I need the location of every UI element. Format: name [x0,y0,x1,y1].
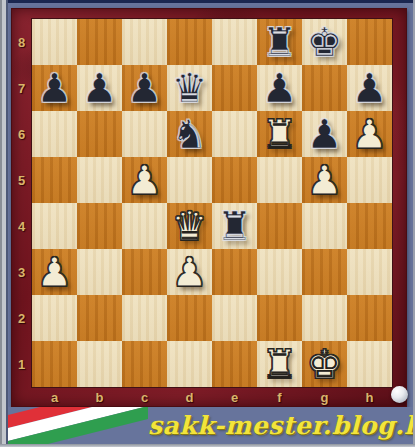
square-d5[interactable] [167,157,212,203]
square-a1[interactable] [32,341,77,387]
square-h5[interactable] [347,157,392,203]
file-label-d: d [167,387,212,407]
square-c4[interactable] [122,203,167,249]
white-pawn: ♟ [352,114,388,154]
square-a6[interactable] [32,111,77,157]
square-f1[interactable]: ♜ [257,341,302,387]
square-b5[interactable] [77,157,122,203]
square-a8[interactable] [32,19,77,65]
square-f4[interactable] [257,203,302,249]
square-g5[interactable]: ♟ [302,157,347,203]
square-f3[interactable] [257,249,302,295]
black-pawn: ♟ [37,68,73,108]
square-e1[interactable] [212,341,257,387]
hungarian-flag-icon [8,407,148,444]
black-queen: ♛ [172,68,208,108]
square-a3[interactable]: ♟ [32,249,77,295]
rank-label-8: 8 [11,19,32,65]
square-c5[interactable]: ♟ [122,157,167,203]
square-b6[interactable] [77,111,122,157]
file-label-c: c [122,387,167,407]
white-rook: ♜ [262,114,298,154]
square-b3[interactable] [77,249,122,295]
square-d3[interactable]: ♟ [167,249,212,295]
black-pawn: ♟ [352,68,388,108]
left-bevel-strip [0,0,8,447]
square-f7[interactable]: ♟ [257,65,302,111]
square-g4[interactable] [302,203,347,249]
square-h3[interactable] [347,249,392,295]
square-d1[interactable] [167,341,212,387]
square-f2[interactable] [257,295,302,341]
square-c8[interactable] [122,19,167,65]
square-a2[interactable] [32,295,77,341]
square-c1[interactable] [122,341,167,387]
square-g3[interactable] [302,249,347,295]
square-e7[interactable] [212,65,257,111]
black-king: ♚ [307,22,343,62]
rank-label-4: 4 [11,203,32,249]
square-g7[interactable] [302,65,347,111]
black-pawn: ♟ [307,114,343,154]
black-rook: ♜ [262,22,298,62]
square-f5[interactable] [257,157,302,203]
black-pawn: ♟ [127,68,163,108]
rank-label-5: 5 [11,157,32,203]
square-b4[interactable] [77,203,122,249]
file-label-b: b [77,387,122,407]
square-g2[interactable] [302,295,347,341]
square-a5[interactable] [32,157,77,203]
side-to-move-indicator [391,386,408,403]
footer-blog-url: sakk-mester.blog.hu [148,407,410,444]
black-rook: ♜ [217,206,253,246]
chess-board: ♜♚♟♟♟♛♟♟♞♜♟♟♟♟♛♜♟♟♜♚ [31,18,393,388]
file-labels: abcdefgh [32,387,392,407]
square-h2[interactable] [347,295,392,341]
file-label-h: h [347,387,392,407]
rank-label-1: 1 [11,341,32,387]
footer: sakk-mester.blog.hu [0,407,415,444]
file-label-g: g [302,387,347,407]
white-queen: ♛ [172,206,208,246]
white-rook: ♜ [262,344,298,384]
white-pawn: ♟ [307,160,343,200]
square-c7[interactable]: ♟ [122,65,167,111]
square-c3[interactable] [122,249,167,295]
square-g6[interactable]: ♟ [302,111,347,157]
square-f6[interactable]: ♜ [257,111,302,157]
square-h8[interactable] [347,19,392,65]
square-e5[interactable] [212,157,257,203]
square-b2[interactable] [77,295,122,341]
square-c6[interactable] [122,111,167,157]
top-border-line [0,0,415,3]
file-label-a: a [32,387,77,407]
rank-label-6: 6 [11,111,32,157]
file-label-f: f [257,387,302,407]
square-h4[interactable] [347,203,392,249]
square-e6[interactable] [212,111,257,157]
black-pawn: ♟ [82,68,118,108]
square-e8[interactable] [212,19,257,65]
square-c2[interactable] [122,295,167,341]
white-king: ♚ [307,344,343,384]
white-pawn: ♟ [127,160,163,200]
square-a4[interactable] [32,203,77,249]
rank-label-2: 2 [11,295,32,341]
rank-labels: 87654321 [11,19,32,387]
square-a7[interactable]: ♟ [32,65,77,111]
square-b8[interactable] [77,19,122,65]
rank-label-3: 3 [11,249,32,295]
square-d2[interactable] [167,295,212,341]
square-h1[interactable] [347,341,392,387]
square-d6[interactable]: ♞ [167,111,212,157]
white-pawn: ♟ [37,252,73,292]
square-e3[interactable] [212,249,257,295]
square-e4[interactable]: ♜ [212,203,257,249]
page: ♜♚♟♟♟♛♟♟♞♜♟♟♟♟♛♜♟♟♜♚ 87654321 abcdefgh s… [0,0,415,447]
square-b7[interactable]: ♟ [77,65,122,111]
square-d8[interactable] [167,19,212,65]
square-d4[interactable]: ♛ [167,203,212,249]
square-e2[interactable] [212,295,257,341]
square-g8[interactable]: ♚ [302,19,347,65]
square-f8[interactable]: ♜ [257,19,302,65]
square-h7[interactable]: ♟ [347,65,392,111]
file-label-e: e [212,387,257,407]
rank-label-7: 7 [11,65,32,111]
square-h6[interactable]: ♟ [347,111,392,157]
white-pawn: ♟ [172,252,208,292]
square-b1[interactable] [77,341,122,387]
square-g1[interactable]: ♚ [302,341,347,387]
square-d7[interactable]: ♛ [167,65,212,111]
black-knight: ♞ [172,114,208,154]
black-pawn: ♟ [262,68,298,108]
